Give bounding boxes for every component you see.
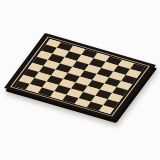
product-photo <box>0 0 160 160</box>
chess-board <box>0 0 160 160</box>
board-frame <box>4 33 156 120</box>
playing-field <box>14 39 146 115</box>
